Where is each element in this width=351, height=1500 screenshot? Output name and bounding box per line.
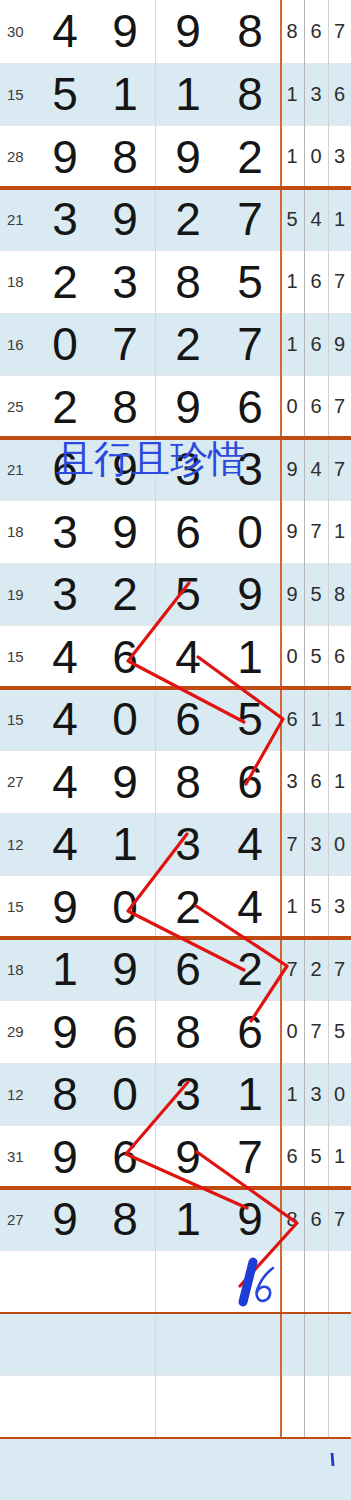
trend-line — [196, 906, 287, 1021]
trend-lines — [126, 583, 297, 1286]
lottery-trend-chart: 3049988671551181362898921032139275411823… — [0, 0, 351, 1500]
trend-line — [126, 1082, 247, 1208]
trend-line — [197, 1152, 297, 1286]
trend-line — [128, 583, 244, 722]
trend-line — [128, 834, 244, 970]
bottom-tick-mark — [332, 1453, 333, 1466]
annotation-layer — [0, 0, 351, 1500]
handwritten-six-stroke — [257, 1268, 273, 1301]
handwritten-one-stroke — [243, 1262, 253, 1302]
